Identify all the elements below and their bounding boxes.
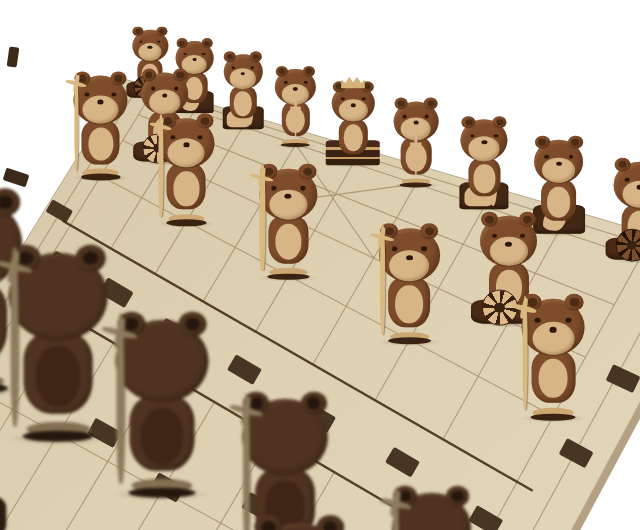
bear-ear-icon xyxy=(250,51,262,61)
bear-muzzle xyxy=(469,136,500,160)
bear-nose-icon xyxy=(183,143,190,148)
pedestal-rim xyxy=(530,414,575,421)
pedestal-rim xyxy=(388,337,431,344)
bear-ear-icon xyxy=(303,66,315,77)
piece-far-soldier-f3[interactable] xyxy=(156,117,217,226)
bear-ear-icon xyxy=(481,212,498,227)
bear-ear-icon xyxy=(173,69,187,82)
bear-eye-icon xyxy=(471,134,475,137)
photo-scene xyxy=(0,0,640,530)
bear-muzzle xyxy=(542,157,575,183)
bear-body xyxy=(129,395,194,471)
bear-ear-icon xyxy=(179,312,207,337)
bear-nose-icon xyxy=(148,45,152,48)
piece-far-soldier-f9[interactable] xyxy=(519,298,588,421)
bear-body xyxy=(531,351,575,403)
bear-ear-icon xyxy=(462,116,476,129)
piece-far-elephant-f3[interactable] xyxy=(222,54,265,130)
bear-belly xyxy=(173,171,199,206)
bear-head xyxy=(132,29,168,61)
bear-nose-icon xyxy=(97,100,103,105)
bear-ear-icon xyxy=(110,71,126,86)
bear-muzzle xyxy=(623,180,640,207)
bear-eye-icon xyxy=(202,53,205,56)
bear-eye-icon xyxy=(544,155,548,159)
bear-eye-icon xyxy=(198,135,203,139)
bear-ear-icon xyxy=(568,136,583,149)
piece-far-general-f5[interactable] xyxy=(330,84,376,167)
piece-near-soldier-f5[interactable] xyxy=(111,318,212,499)
bear-ear-icon xyxy=(142,69,156,82)
bear-eye-icon xyxy=(140,40,143,43)
bear-eye-icon xyxy=(300,186,305,190)
bear-ear-icon xyxy=(133,27,144,37)
bear-nose-icon xyxy=(505,241,512,246)
bear-eye-icon xyxy=(535,318,541,323)
bear-belly xyxy=(473,164,495,193)
bear-muzzle xyxy=(490,237,528,267)
bear-nose-icon xyxy=(285,194,292,199)
bear-head xyxy=(141,73,188,115)
bear-body xyxy=(268,216,308,263)
pedestal-rim xyxy=(128,487,195,498)
soldier-pinwheel-icon xyxy=(63,72,88,95)
bear-eye-icon xyxy=(422,247,427,251)
bear-muzzle xyxy=(269,189,307,219)
bear-ear-icon xyxy=(0,189,20,217)
bear-muzzle xyxy=(389,250,429,281)
bear-eye-icon xyxy=(362,97,366,100)
bear-muzzle xyxy=(339,100,367,122)
bear-ear-icon xyxy=(197,114,214,129)
bear-eye-icon xyxy=(157,40,160,43)
bear-ear-icon xyxy=(276,66,288,77)
bear-eye-icon xyxy=(625,178,630,182)
bear-eye-icon xyxy=(170,135,175,139)
bear-head xyxy=(534,140,584,184)
bear-eye-icon xyxy=(184,53,187,56)
pedestal-rim xyxy=(267,273,309,280)
pedestal-rim xyxy=(400,182,432,187)
bear-eye-icon xyxy=(271,186,276,190)
bear-eye-icon xyxy=(425,115,429,118)
bear-head xyxy=(275,69,316,105)
bear-muzzle xyxy=(83,95,119,123)
pedestal-rim xyxy=(23,430,94,441)
bear-belly xyxy=(547,187,570,218)
bear-muzzle xyxy=(149,90,180,115)
bear-belly xyxy=(395,285,423,323)
bear-head xyxy=(393,101,438,141)
bear-nose-icon xyxy=(481,140,487,144)
piece-far-soldier-f7[interactable] xyxy=(376,227,442,345)
bear-ear-icon xyxy=(76,245,105,271)
bear-nose-icon xyxy=(162,94,168,98)
piece-far-horse-f8[interactable] xyxy=(532,139,586,235)
bear-body xyxy=(542,180,576,220)
cannon-cart xyxy=(0,493,6,530)
bear-nose-icon xyxy=(293,87,298,91)
bear-nose-icon xyxy=(351,103,356,107)
bear-ear-icon xyxy=(299,164,316,180)
bear-body xyxy=(229,86,256,118)
bear-nose-icon xyxy=(413,121,418,125)
piece-near-soldier-f3[interactable] xyxy=(5,251,112,442)
bear-ear-icon xyxy=(301,392,327,415)
bear-eye-icon xyxy=(284,81,288,84)
bear-belly xyxy=(88,127,113,161)
bear-belly xyxy=(140,407,183,465)
piece-near-cannon-f8[interactable] xyxy=(249,521,350,530)
bear-belly xyxy=(343,125,363,151)
bear-nose-icon xyxy=(192,58,196,61)
piece-far-chariot-f9[interactable] xyxy=(612,161,640,262)
bear-head xyxy=(480,216,537,267)
bear-belly xyxy=(36,346,81,407)
piece-far-elephant-f7[interactable] xyxy=(459,119,510,210)
bear-head xyxy=(223,55,262,90)
bear-eye-icon xyxy=(403,115,407,118)
piece-far-soldier-f5[interactable] xyxy=(257,167,320,280)
bear-muzzle xyxy=(532,322,574,355)
pieces-layer xyxy=(0,0,640,530)
bear-eye-icon xyxy=(251,66,255,69)
bear-ear-icon xyxy=(316,515,344,530)
bear-ear-icon xyxy=(493,116,507,129)
bear-body xyxy=(338,119,368,154)
bear-ear-icon xyxy=(420,223,438,239)
bear-head xyxy=(332,84,375,122)
bear-ear-icon xyxy=(535,136,550,149)
bear-eye-icon xyxy=(492,233,497,237)
bear-muzzle xyxy=(168,138,205,167)
bear-nose-icon xyxy=(241,72,246,75)
piece-far-soldier-f1[interactable] xyxy=(71,75,130,181)
bear-body xyxy=(167,164,206,210)
bear-ear-icon xyxy=(255,515,283,530)
bear-ear-icon xyxy=(201,39,212,49)
bear-ear-icon xyxy=(224,51,236,61)
bear-muzzle xyxy=(230,69,256,89)
bear-eye-icon xyxy=(520,233,525,237)
bear-eye-icon xyxy=(392,247,397,251)
bear-ear-icon xyxy=(394,98,407,110)
bear-nose-icon xyxy=(406,255,413,260)
piece-near-soldier-f9[interactable] xyxy=(388,491,474,530)
bear-eye-icon xyxy=(111,92,116,96)
bear-ear-icon xyxy=(446,486,470,507)
bear-eye-icon xyxy=(85,92,90,96)
bear-eye-icon xyxy=(151,87,155,90)
bear-eye-icon xyxy=(569,155,573,159)
bear-ear-icon xyxy=(424,98,437,110)
bear-nose-icon xyxy=(549,327,557,333)
bear-ear-icon xyxy=(615,157,631,171)
bear-head xyxy=(253,523,346,530)
bear-body xyxy=(388,278,430,327)
bear-eye-icon xyxy=(304,81,308,84)
bear-head xyxy=(461,120,508,162)
bear-eye-icon xyxy=(566,318,572,323)
piece-far-advisor-f4[interactable] xyxy=(273,68,317,147)
bear-eye-icon xyxy=(494,134,498,137)
pedestal-rim xyxy=(81,174,120,180)
bear-eye-icon xyxy=(232,66,236,69)
bear-ear-icon xyxy=(565,294,584,311)
piece-near-soldier-f7[interactable] xyxy=(238,397,332,530)
bear-body xyxy=(24,333,92,413)
bear-ear-icon xyxy=(156,27,167,37)
pedestal-rim xyxy=(166,219,206,226)
bear-ear-icon xyxy=(176,39,187,49)
bear-muzzle xyxy=(138,42,162,61)
chariot-wheel-icon xyxy=(616,229,640,262)
piece-far-advisor-f6[interactable] xyxy=(392,100,441,187)
bear-eye-icon xyxy=(341,97,345,100)
bear-belly xyxy=(275,223,302,259)
bear-nose-icon xyxy=(556,162,562,166)
bear-belly xyxy=(234,92,252,116)
bear-body xyxy=(82,120,120,164)
bear-eye-icon xyxy=(174,87,178,90)
bear-belly xyxy=(539,359,568,398)
bear-head xyxy=(614,162,640,209)
bear-body xyxy=(468,158,501,196)
bear-ear-icon xyxy=(519,212,536,227)
